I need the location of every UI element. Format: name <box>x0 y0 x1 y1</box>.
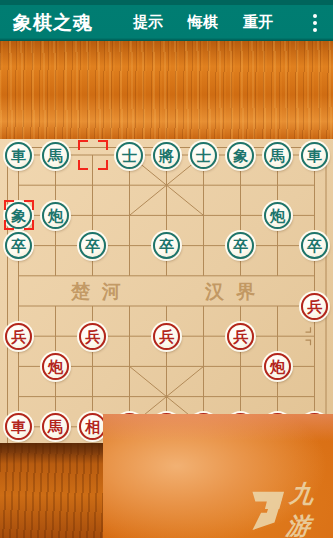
intersection-r7c3[interactable] <box>111 351 148 381</box>
hint-button[interactable]: 提示 <box>132 11 164 34</box>
intersection-r7c0[interactable] <box>0 351 37 381</box>
piece-red-兵-r6c0[interactable]: 兵 <box>5 323 32 350</box>
piece-glyph: 馬 <box>270 148 285 163</box>
intersection-r6c1[interactable] <box>37 321 74 351</box>
piece-glyph: 士 <box>196 148 211 163</box>
piece-glyph: 兵 <box>233 329 248 344</box>
piece-red-炮-r7c7[interactable]: 炮 <box>264 353 291 380</box>
watermark: 九游 <box>240 486 332 534</box>
intersection-r1c1[interactable] <box>37 170 74 200</box>
piece-black-卒-r3c6[interactable]: 卒 <box>227 232 254 259</box>
intersection-r7c4[interactable] <box>148 351 185 381</box>
intersection-r6c5[interactable] <box>185 321 222 351</box>
intersection-r7c6[interactable] <box>222 351 259 381</box>
piece-black-車-r0c0[interactable]: 車 <box>5 142 32 169</box>
intersection-r7c8[interactable] <box>296 351 333 381</box>
piece-glyph: 兵 <box>11 329 26 344</box>
last-move-from-marker <box>78 140 108 170</box>
intersection-r8c3[interactable] <box>111 382 148 412</box>
river-label-han: 汉界 <box>190 279 282 303</box>
restart-button[interactable]: 重开 <box>242 11 274 34</box>
piece-black-馬-r0c1[interactable]: 馬 <box>42 142 69 169</box>
intersection-r3c1[interactable] <box>37 231 74 261</box>
piece-black-士-r0c3[interactable]: 士 <box>116 142 143 169</box>
river-label-chu: 楚河 <box>56 279 148 303</box>
piece-glyph: 卒 <box>11 239 26 254</box>
intersection-r1c7[interactable] <box>259 170 296 200</box>
intersection-r3c5[interactable] <box>185 231 222 261</box>
header-actions: 提示 悔棋 重开 <box>132 11 323 34</box>
board-intersection-grid <box>0 140 333 442</box>
piece-black-卒-r3c8[interactable]: 卒 <box>301 232 328 259</box>
piece-glyph: 炮 <box>48 208 63 223</box>
intersection-r1c3[interactable] <box>111 170 148 200</box>
piece-glyph: 卒 <box>307 239 322 254</box>
piece-black-卒-r3c2[interactable]: 卒 <box>79 232 106 259</box>
intersection-r1c4[interactable] <box>148 170 185 200</box>
intersection-r2c3[interactable] <box>111 200 148 230</box>
intersection-r5c4[interactable] <box>148 291 185 321</box>
app-header: 象棋之魂 提示 悔棋 重开 <box>0 0 333 41</box>
piece-glyph: 兵 <box>159 329 174 344</box>
intersection-r6c7[interactable] <box>259 321 296 351</box>
piece-black-炮-r2c1[interactable]: 炮 <box>42 202 69 229</box>
intersection-r2c5[interactable] <box>185 200 222 230</box>
piece-red-兵-r6c2[interactable]: 兵 <box>79 323 106 350</box>
jiuyou-logo-icon <box>240 488 286 532</box>
piece-glyph: 車 <box>11 420 26 435</box>
xiangqi-board[interactable]: 楚河 汉界 車馬士將士象馬車象炮炮卒卒卒卒卒兵兵兵兵兵炮炮車馬相仕帥仕相馬車 <box>0 139 333 443</box>
piece-red-兵-r6c6[interactable]: 兵 <box>227 323 254 350</box>
intersection-r2c4[interactable] <box>148 200 185 230</box>
piece-glyph: 卒 <box>85 239 100 254</box>
piece-black-士-r0c5[interactable]: 士 <box>190 142 217 169</box>
intersection-r4c0[interactable] <box>0 261 37 291</box>
piece-black-象-r0c6[interactable]: 象 <box>227 142 254 169</box>
piece-glyph: 炮 <box>48 359 63 374</box>
intersection-r7c2[interactable] <box>74 351 111 381</box>
intersection-r3c3[interactable] <box>111 231 148 261</box>
piece-black-車-r0c8[interactable]: 車 <box>301 142 328 169</box>
intersection-r3c7[interactable] <box>259 231 296 261</box>
piece-glyph: 兵 <box>307 299 322 314</box>
intersection-r8c6[interactable] <box>222 382 259 412</box>
xiangqi-app: 象棋之魂 提示 悔棋 重开 <box>0 0 333 538</box>
intersection-r4c8[interactable] <box>296 261 333 291</box>
piece-glyph: 炮 <box>270 359 285 374</box>
last-move-to-marker <box>4 200 34 230</box>
intersection-r8c2[interactable] <box>74 382 111 412</box>
kebab-menu-icon[interactable] <box>311 12 319 34</box>
intersection-r7c5[interactable] <box>185 351 222 381</box>
watermark-text: 九游 <box>285 478 333 538</box>
piece-glyph: 士 <box>122 148 137 163</box>
piece-glyph: 車 <box>307 148 322 163</box>
piece-red-兵-r5c8[interactable]: 兵 <box>301 293 328 320</box>
intersection-r5c0[interactable] <box>0 291 37 321</box>
piece-glyph: 馬 <box>48 148 63 163</box>
piece-black-卒-r3c4[interactable]: 卒 <box>153 232 180 259</box>
intersection-r8c4[interactable] <box>148 382 185 412</box>
intersection-r4c4[interactable] <box>148 261 185 291</box>
intersection-r1c2[interactable] <box>74 170 111 200</box>
intersection-r2c8[interactable] <box>296 200 333 230</box>
intersection-r8c5[interactable] <box>185 382 222 412</box>
intersection-r1c6[interactable] <box>222 170 259 200</box>
piece-glyph: 炮 <box>270 208 285 223</box>
intersection-r8c7[interactable] <box>259 382 296 412</box>
app-title: 象棋之魂 <box>13 10 93 36</box>
piece-black-炮-r2c7[interactable]: 炮 <box>264 202 291 229</box>
wood-background-top <box>0 41 333 139</box>
piece-red-兵-r6c4[interactable]: 兵 <box>153 323 180 350</box>
intersection-r1c0[interactable] <box>0 170 37 200</box>
intersection-r8c0[interactable] <box>0 382 37 412</box>
piece-glyph: 將 <box>159 148 174 163</box>
intersection-r1c5[interactable] <box>185 170 222 200</box>
piece-glyph: 卒 <box>233 239 248 254</box>
piece-glyph: 象 <box>233 148 248 163</box>
intersection-r8c1[interactable] <box>37 382 74 412</box>
piece-glyph: 卒 <box>159 239 174 254</box>
intersection-r2c6[interactable] <box>222 200 259 230</box>
intersection-r6c3[interactable] <box>111 321 148 351</box>
piece-glyph: 兵 <box>85 329 100 344</box>
intersection-r1c8[interactable] <box>296 170 333 200</box>
intersection-r2c2[interactable] <box>74 200 111 230</box>
piece-black-卒-r3c0[interactable]: 卒 <box>5 232 32 259</box>
piece-black-將-r0c4[interactable]: 將 <box>153 142 180 169</box>
intersection-r8c8[interactable] <box>296 382 333 412</box>
piece-glyph: 馬 <box>48 420 63 435</box>
intersection-r6c8[interactable] <box>296 321 333 351</box>
piece-glyph: 車 <box>11 148 26 163</box>
piece-black-馬-r0c7[interactable]: 馬 <box>264 142 291 169</box>
piece-red-炮-r7c1[interactable]: 炮 <box>42 353 69 380</box>
piece-glyph: 相 <box>85 420 100 435</box>
undo-button[interactable]: 悔棋 <box>187 11 219 34</box>
